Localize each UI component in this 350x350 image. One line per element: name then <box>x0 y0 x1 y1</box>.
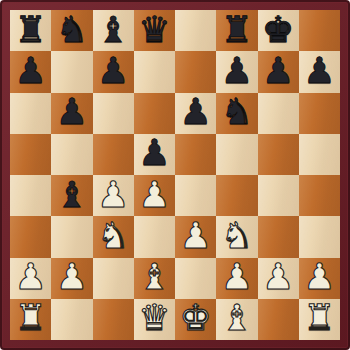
square-d2[interactable]: ♝ <box>134 258 175 299</box>
square-a7[interactable]: ♟ <box>10 51 51 92</box>
square-f7[interactable]: ♟ <box>216 51 257 92</box>
square-e5[interactable] <box>175 134 216 175</box>
square-c1[interactable] <box>93 299 134 340</box>
square-b1[interactable] <box>51 299 92 340</box>
piece-white-pawn[interactable]: ♟ <box>179 218 211 254</box>
square-a8[interactable]: ♜ <box>10 10 51 51</box>
square-h3[interactable] <box>299 216 340 257</box>
square-d1[interactable]: ♛ <box>134 299 175 340</box>
square-f5[interactable] <box>216 134 257 175</box>
square-d6[interactable] <box>134 93 175 134</box>
square-a5[interactable] <box>10 134 51 175</box>
square-f1[interactable]: ♝ <box>216 299 257 340</box>
square-a2[interactable]: ♟ <box>10 258 51 299</box>
piece-black-pawn[interactable]: ♟ <box>14 53 46 89</box>
square-d4[interactable]: ♟ <box>134 175 175 216</box>
piece-black-queen[interactable]: ♛ <box>138 12 170 48</box>
square-e7[interactable] <box>175 51 216 92</box>
piece-black-pawn[interactable]: ♟ <box>262 53 294 89</box>
square-h6[interactable] <box>299 93 340 134</box>
piece-white-pawn[interactable]: ♟ <box>97 177 129 213</box>
chess-board-frame: ♜♞♝♛♜♚♟♟♟♟♟♟♟♞♟♝♟♟♞♟♞♟♟♝♟♟♟♜♛♚♝♜ <box>0 0 350 350</box>
square-h1[interactable]: ♜ <box>299 299 340 340</box>
square-f2[interactable]: ♟ <box>216 258 257 299</box>
piece-black-rook[interactable]: ♜ <box>221 12 253 48</box>
piece-black-knight[interactable]: ♞ <box>56 12 88 48</box>
piece-white-knight[interactable]: ♞ <box>97 218 129 254</box>
square-c7[interactable]: ♟ <box>93 51 134 92</box>
square-a3[interactable] <box>10 216 51 257</box>
piece-black-knight[interactable]: ♞ <box>221 94 253 130</box>
square-d3[interactable] <box>134 216 175 257</box>
square-h2[interactable]: ♟ <box>299 258 340 299</box>
square-g7[interactable]: ♟ <box>258 51 299 92</box>
square-g4[interactable] <box>258 175 299 216</box>
square-g3[interactable] <box>258 216 299 257</box>
square-g5[interactable] <box>258 134 299 175</box>
square-b4[interactable]: ♝ <box>51 175 92 216</box>
square-e3[interactable]: ♟ <box>175 216 216 257</box>
square-g1[interactable] <box>258 299 299 340</box>
square-d8[interactable]: ♛ <box>134 10 175 51</box>
piece-black-bishop[interactable]: ♝ <box>56 177 88 213</box>
piece-white-bishop[interactable]: ♝ <box>221 300 253 336</box>
piece-black-pawn[interactable]: ♟ <box>221 53 253 89</box>
square-a1[interactable]: ♜ <box>10 299 51 340</box>
piece-black-pawn[interactable]: ♟ <box>138 135 170 171</box>
square-e6[interactable]: ♟ <box>175 93 216 134</box>
square-h5[interactable] <box>299 134 340 175</box>
piece-white-pawn[interactable]: ♟ <box>303 259 335 295</box>
piece-white-knight[interactable]: ♞ <box>221 218 253 254</box>
square-g6[interactable] <box>258 93 299 134</box>
piece-black-king[interactable]: ♚ <box>262 12 294 48</box>
square-b3[interactable] <box>51 216 92 257</box>
square-c6[interactable] <box>93 93 134 134</box>
piece-white-pawn[interactable]: ♟ <box>221 259 253 295</box>
square-g2[interactable]: ♟ <box>258 258 299 299</box>
square-h7[interactable]: ♟ <box>299 51 340 92</box>
square-a6[interactable] <box>10 93 51 134</box>
square-b5[interactable] <box>51 134 92 175</box>
piece-white-king[interactable]: ♚ <box>179 300 211 336</box>
chess-board: ♜♞♝♛♜♚♟♟♟♟♟♟♟♞♟♝♟♟♞♟♞♟♟♝♟♟♟♜♛♚♝♜ <box>10 10 340 340</box>
square-c4[interactable]: ♟ <box>93 175 134 216</box>
square-d7[interactable] <box>134 51 175 92</box>
square-c5[interactable] <box>93 134 134 175</box>
square-c8[interactable]: ♝ <box>93 10 134 51</box>
square-e4[interactable] <box>175 175 216 216</box>
piece-white-pawn[interactable]: ♟ <box>56 259 88 295</box>
piece-black-rook[interactable]: ♜ <box>14 12 46 48</box>
square-c2[interactable] <box>93 258 134 299</box>
piece-black-bishop[interactable]: ♝ <box>97 12 129 48</box>
square-b6[interactable]: ♟ <box>51 93 92 134</box>
square-b8[interactable]: ♞ <box>51 10 92 51</box>
piece-black-pawn[interactable]: ♟ <box>179 94 211 130</box>
square-g8[interactable]: ♚ <box>258 10 299 51</box>
square-e1[interactable]: ♚ <box>175 299 216 340</box>
piece-black-pawn[interactable]: ♟ <box>56 94 88 130</box>
square-b7[interactable] <box>51 51 92 92</box>
square-e8[interactable] <box>175 10 216 51</box>
piece-white-rook[interactable]: ♜ <box>14 300 46 336</box>
square-e2[interactable] <box>175 258 216 299</box>
piece-white-bishop[interactable]: ♝ <box>138 259 170 295</box>
square-h4[interactable] <box>299 175 340 216</box>
square-c3[interactable]: ♞ <box>93 216 134 257</box>
square-f8[interactable]: ♜ <box>216 10 257 51</box>
piece-white-queen[interactable]: ♛ <box>138 300 170 336</box>
piece-black-pawn[interactable]: ♟ <box>303 53 335 89</box>
piece-white-pawn[interactable]: ♟ <box>262 259 294 295</box>
square-a4[interactable] <box>10 175 51 216</box>
square-f3[interactable]: ♞ <box>216 216 257 257</box>
square-h8[interactable] <box>299 10 340 51</box>
square-f6[interactable]: ♞ <box>216 93 257 134</box>
square-b2[interactable]: ♟ <box>51 258 92 299</box>
piece-white-pawn[interactable]: ♟ <box>138 177 170 213</box>
piece-white-rook[interactable]: ♜ <box>303 300 335 336</box>
square-d5[interactable]: ♟ <box>134 134 175 175</box>
square-f4[interactable] <box>216 175 257 216</box>
piece-black-pawn[interactable]: ♟ <box>97 53 129 89</box>
piece-white-pawn[interactable]: ♟ <box>14 259 46 295</box>
